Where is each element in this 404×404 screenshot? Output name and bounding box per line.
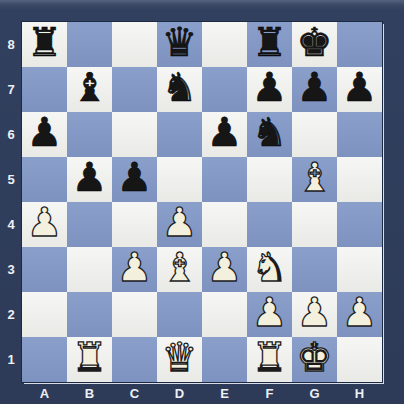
rank-label-3: 3 bbox=[0, 247, 22, 292]
piece-white-rook-f1[interactable]: ♜ bbox=[252, 335, 288, 380]
piece-black-pawn-f7[interactable]: ♟ bbox=[252, 65, 288, 110]
rank-label-8: 8 bbox=[0, 22, 22, 67]
piece-black-rook-f8[interactable]: ♜ bbox=[252, 20, 288, 65]
square-d4[interactable]: ♟ bbox=[157, 202, 202, 247]
piece-white-bishop-d3[interactable]: ♝ bbox=[162, 245, 198, 290]
square-f8[interactable]: ♜ bbox=[247, 22, 292, 67]
square-c8[interactable] bbox=[112, 22, 157, 67]
square-e7[interactable] bbox=[202, 67, 247, 112]
chess-board: ♜♛♜♚♝♞♟♟♟♟♟♞♟♟♝♟♟♟♝♟♞♟♟♟♜♛♜♚ bbox=[22, 22, 382, 382]
piece-black-knight-d7[interactable]: ♞ bbox=[162, 65, 198, 110]
rank-label-5: 5 bbox=[0, 157, 22, 202]
square-b6[interactable] bbox=[67, 112, 112, 157]
square-b2[interactable] bbox=[67, 292, 112, 337]
square-a1[interactable] bbox=[22, 337, 67, 382]
piece-black-pawn-e6[interactable]: ♟ bbox=[207, 110, 243, 155]
square-a7[interactable] bbox=[22, 67, 67, 112]
square-a5[interactable] bbox=[22, 157, 67, 202]
square-h4[interactable] bbox=[337, 202, 382, 247]
piece-white-knight-f3[interactable]: ♞ bbox=[252, 245, 288, 290]
rank-labels: 87654321 bbox=[0, 22, 22, 382]
square-g5[interactable]: ♝ bbox=[292, 157, 337, 202]
piece-black-rook-a8[interactable]: ♜ bbox=[27, 20, 63, 65]
square-c5[interactable]: ♟ bbox=[112, 157, 157, 202]
square-h8[interactable] bbox=[337, 22, 382, 67]
piece-black-queen-d8[interactable]: ♛ bbox=[162, 20, 198, 65]
square-c4[interactable] bbox=[112, 202, 157, 247]
square-e1[interactable] bbox=[202, 337, 247, 382]
square-c6[interactable] bbox=[112, 112, 157, 157]
square-b1[interactable]: ♜ bbox=[67, 337, 112, 382]
square-h6[interactable] bbox=[337, 112, 382, 157]
piece-white-pawn-a4[interactable]: ♟ bbox=[27, 200, 63, 245]
piece-black-bishop-b7[interactable]: ♝ bbox=[72, 65, 108, 110]
square-c1[interactable] bbox=[112, 337, 157, 382]
piece-white-king-g1[interactable]: ♚ bbox=[297, 335, 333, 380]
square-g2[interactable]: ♟ bbox=[292, 292, 337, 337]
square-f7[interactable]: ♟ bbox=[247, 67, 292, 112]
square-a4[interactable]: ♟ bbox=[22, 202, 67, 247]
rank-label-2: 2 bbox=[0, 292, 22, 337]
file-label-b: B bbox=[67, 382, 112, 404]
square-c2[interactable] bbox=[112, 292, 157, 337]
square-f4[interactable] bbox=[247, 202, 292, 247]
square-e3[interactable]: ♟ bbox=[202, 247, 247, 292]
piece-black-king-g8[interactable]: ♚ bbox=[297, 20, 333, 65]
square-g8[interactable]: ♚ bbox=[292, 22, 337, 67]
file-label-f: F bbox=[247, 382, 292, 404]
file-labels: ABCDEFGH bbox=[22, 382, 382, 404]
piece-black-knight-f6[interactable]: ♞ bbox=[252, 110, 288, 155]
square-b4[interactable] bbox=[67, 202, 112, 247]
piece-white-pawn-e3[interactable]: ♟ bbox=[207, 245, 243, 290]
piece-white-pawn-d4[interactable]: ♟ bbox=[162, 200, 198, 245]
piece-white-pawn-h2[interactable]: ♟ bbox=[342, 290, 378, 335]
rank-label-1: 1 bbox=[0, 337, 22, 382]
square-a8[interactable]: ♜ bbox=[22, 22, 67, 67]
rank-label-7: 7 bbox=[0, 67, 22, 112]
piece-black-pawn-h7[interactable]: ♟ bbox=[342, 65, 378, 110]
square-b7[interactable]: ♝ bbox=[67, 67, 112, 112]
square-g4[interactable] bbox=[292, 202, 337, 247]
square-e8[interactable] bbox=[202, 22, 247, 67]
square-d5[interactable] bbox=[157, 157, 202, 202]
square-d2[interactable] bbox=[157, 292, 202, 337]
square-f3[interactable]: ♞ bbox=[247, 247, 292, 292]
square-b3[interactable] bbox=[67, 247, 112, 292]
square-h5[interactable] bbox=[337, 157, 382, 202]
square-h3[interactable] bbox=[337, 247, 382, 292]
square-f1[interactable]: ♜ bbox=[247, 337, 292, 382]
square-g1[interactable]: ♚ bbox=[292, 337, 337, 382]
square-g6[interactable] bbox=[292, 112, 337, 157]
square-d1[interactable]: ♛ bbox=[157, 337, 202, 382]
piece-black-pawn-a6[interactable]: ♟ bbox=[27, 110, 63, 155]
square-a3[interactable] bbox=[22, 247, 67, 292]
square-c7[interactable] bbox=[112, 67, 157, 112]
square-a6[interactable]: ♟ bbox=[22, 112, 67, 157]
piece-white-pawn-f2[interactable]: ♟ bbox=[252, 290, 288, 335]
piece-black-pawn-b5[interactable]: ♟ bbox=[72, 155, 108, 200]
rank-label-4: 4 bbox=[0, 202, 22, 247]
file-label-d: D bbox=[157, 382, 202, 404]
file-label-e: E bbox=[202, 382, 247, 404]
square-b5[interactable]: ♟ bbox=[67, 157, 112, 202]
rank-label-6: 6 bbox=[0, 112, 22, 157]
square-e6[interactable]: ♟ bbox=[202, 112, 247, 157]
piece-black-pawn-g7[interactable]: ♟ bbox=[297, 65, 333, 110]
chess-board-frame: 87654321 ♜♛♜♚♝♞♟♟♟♟♟♞♟♟♝♟♟♟♝♟♞♟♟♟♜♛♜♚ AB… bbox=[0, 0, 404, 404]
piece-white-pawn-g2[interactable]: ♟ bbox=[297, 290, 333, 335]
square-f5[interactable] bbox=[247, 157, 292, 202]
square-b8[interactable] bbox=[67, 22, 112, 67]
square-e5[interactable] bbox=[202, 157, 247, 202]
square-h7[interactable]: ♟ bbox=[337, 67, 382, 112]
piece-white-bishop-g5[interactable]: ♝ bbox=[297, 155, 333, 200]
square-h1[interactable] bbox=[337, 337, 382, 382]
file-label-c: C bbox=[112, 382, 157, 404]
square-e4[interactable] bbox=[202, 202, 247, 247]
square-a2[interactable] bbox=[22, 292, 67, 337]
piece-white-rook-b1[interactable]: ♜ bbox=[72, 335, 108, 380]
piece-black-pawn-c5[interactable]: ♟ bbox=[117, 155, 153, 200]
square-d6[interactable] bbox=[157, 112, 202, 157]
square-e2[interactable] bbox=[202, 292, 247, 337]
piece-white-pawn-c3[interactable]: ♟ bbox=[117, 245, 153, 290]
file-label-h: H bbox=[337, 382, 382, 404]
square-f2[interactable]: ♟ bbox=[247, 292, 292, 337]
piece-white-queen-d1[interactable]: ♛ bbox=[162, 335, 198, 380]
square-f6[interactable]: ♞ bbox=[247, 112, 292, 157]
file-label-g: G bbox=[292, 382, 337, 404]
square-h2[interactable]: ♟ bbox=[337, 292, 382, 337]
square-g3[interactable] bbox=[292, 247, 337, 292]
square-d8[interactable]: ♛ bbox=[157, 22, 202, 67]
square-d3[interactable]: ♝ bbox=[157, 247, 202, 292]
file-label-a: A bbox=[22, 382, 67, 404]
square-g7[interactable]: ♟ bbox=[292, 67, 337, 112]
square-d7[interactable]: ♞ bbox=[157, 67, 202, 112]
square-c3[interactable]: ♟ bbox=[112, 247, 157, 292]
